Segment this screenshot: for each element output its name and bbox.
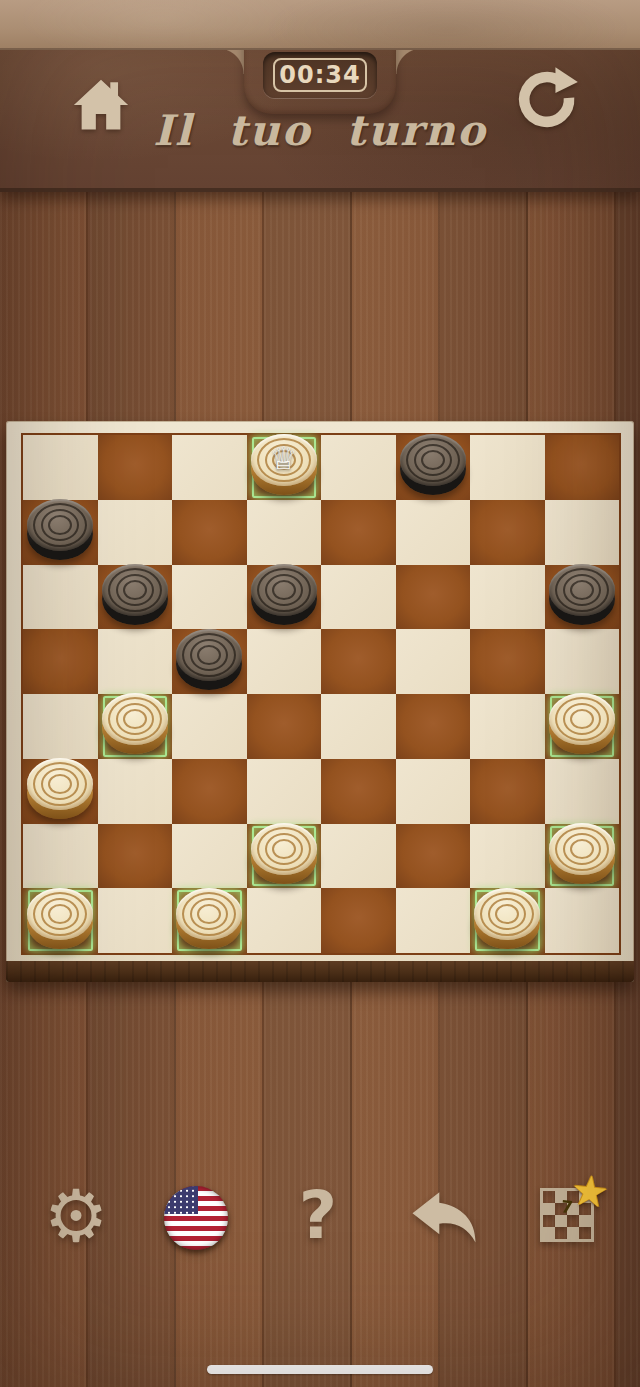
square-d1[interactable] <box>247 888 322 953</box>
square-h7[interactable] <box>545 500 620 565</box>
square-b4[interactable] <box>98 694 173 759</box>
timer-display: 00:34 <box>263 52 377 98</box>
black-man-h6[interactable] <box>549 564 615 625</box>
white-man-h2[interactable] <box>549 823 615 884</box>
checkers-board: ♕ <box>6 421 634 982</box>
square-g2[interactable] <box>470 824 545 889</box>
square-c7[interactable] <box>172 500 247 565</box>
black-man-b6[interactable] <box>102 564 168 625</box>
square-f1[interactable] <box>396 888 471 953</box>
square-g1[interactable] <box>470 888 545 953</box>
square-e7[interactable] <box>321 500 396 565</box>
square-a3[interactable] <box>23 759 98 824</box>
black-man-a7[interactable] <box>27 499 93 560</box>
square-b1[interactable] <box>98 888 173 953</box>
square-a8[interactable] <box>23 435 98 500</box>
undo-button[interactable] <box>408 1190 480 1246</box>
square-c2[interactable] <box>172 824 247 889</box>
king-crown-icon: ♕ <box>251 430 317 486</box>
square-e5[interactable] <box>321 629 396 694</box>
square-a6[interactable] <box>23 565 98 630</box>
gear-icon: ⚙ <box>44 1174 109 1258</box>
square-d5[interactable] <box>247 629 322 694</box>
square-e8[interactable] <box>321 435 396 500</box>
square-c8[interactable] <box>172 435 247 500</box>
square-a1[interactable] <box>23 888 98 953</box>
square-b6[interactable] <box>98 565 173 630</box>
language-button[interactable] <box>164 1186 228 1250</box>
undo-arrow-icon <box>408 1231 480 1250</box>
square-c5[interactable] <box>172 629 247 694</box>
square-c6[interactable] <box>172 565 247 630</box>
square-h1[interactable] <box>545 888 620 953</box>
square-e1[interactable] <box>321 888 396 953</box>
square-b8[interactable] <box>98 435 173 500</box>
square-d3[interactable] <box>247 759 322 824</box>
levels-button[interactable]: ★ 7 <box>540 1188 594 1242</box>
square-f2[interactable] <box>396 824 471 889</box>
timer-frame: 00:34 <box>273 58 367 92</box>
square-f6[interactable] <box>396 565 471 630</box>
square-e2[interactable] <box>321 824 396 889</box>
black-man-c5[interactable] <box>176 629 242 690</box>
home-indicator[interactable] <box>207 1365 433 1374</box>
square-d7[interactable] <box>247 500 322 565</box>
white-man-b4[interactable] <box>102 693 168 754</box>
square-g3[interactable] <box>470 759 545 824</box>
square-h3[interactable] <box>545 759 620 824</box>
square-c3[interactable] <box>172 759 247 824</box>
game-screen: 00:34 Il tuo turno ♕ ⚙ ? <box>0 0 640 1387</box>
square-f8[interactable] <box>396 435 471 500</box>
square-g7[interactable] <box>470 500 545 565</box>
square-b2[interactable] <box>98 824 173 889</box>
square-h8[interactable] <box>545 435 620 500</box>
timer-text: 00:34 <box>279 61 360 89</box>
square-g8[interactable] <box>470 435 545 500</box>
square-h2[interactable] <box>545 824 620 889</box>
square-d2[interactable] <box>247 824 322 889</box>
square-g4[interactable] <box>470 694 545 759</box>
white-man-d2[interactable] <box>251 823 317 884</box>
square-e4[interactable] <box>321 694 396 759</box>
board-bottom-edge <box>6 961 634 982</box>
square-f3[interactable] <box>396 759 471 824</box>
black-man-d6[interactable] <box>251 564 317 625</box>
square-d4[interactable] <box>247 694 322 759</box>
white-man-a3[interactable] <box>27 758 93 819</box>
black-man-f8[interactable] <box>400 434 466 495</box>
square-a7[interactable] <box>23 500 98 565</box>
question-mark-icon: ? <box>299 1177 337 1254</box>
square-h5[interactable] <box>545 629 620 694</box>
square-d8[interactable]: ♕ <box>247 435 322 500</box>
square-b5[interactable] <box>98 629 173 694</box>
square-c1[interactable] <box>172 888 247 953</box>
board-squares: ♕ <box>21 433 621 955</box>
white-man-g1[interactable] <box>474 888 540 949</box>
square-e3[interactable] <box>321 759 396 824</box>
white-man-a1[interactable] <box>27 888 93 949</box>
header-top-strip <box>0 0 640 50</box>
square-e6[interactable] <box>321 565 396 630</box>
square-c4[interactable] <box>172 694 247 759</box>
square-g6[interactable] <box>470 565 545 630</box>
square-h6[interactable] <box>545 565 620 630</box>
square-a4[interactable] <box>23 694 98 759</box>
square-b3[interactable] <box>98 759 173 824</box>
turn-status-text: Il tuo turno <box>0 106 640 155</box>
tab-fillet-left <box>218 48 244 74</box>
square-b7[interactable] <box>98 500 173 565</box>
square-f4[interactable] <box>396 694 471 759</box>
tab-fillet-right <box>396 48 422 74</box>
white-man-c1[interactable] <box>176 888 242 949</box>
white-man-h4[interactable] <box>549 693 615 754</box>
white-king-d8[interactable]: ♕ <box>251 434 317 495</box>
square-a2[interactable] <box>23 824 98 889</box>
square-f5[interactable] <box>396 629 471 694</box>
square-f7[interactable] <box>396 500 471 565</box>
help-button[interactable]: ? <box>283 1178 353 1254</box>
square-d6[interactable] <box>247 565 322 630</box>
square-h4[interactable] <box>545 694 620 759</box>
settings-button[interactable]: ⚙ <box>38 1178 114 1254</box>
square-g5[interactable] <box>470 629 545 694</box>
square-a5[interactable] <box>23 629 98 694</box>
